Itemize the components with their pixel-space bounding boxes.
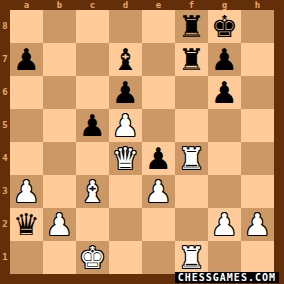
square-h4 xyxy=(241,142,274,175)
square-d8 xyxy=(109,10,142,43)
square-b1 xyxy=(43,241,76,274)
square-g1 xyxy=(208,241,241,274)
white-pawn: ♟ xyxy=(145,175,172,208)
square-a2: ♛ xyxy=(10,208,43,241)
square-a3: ♟ xyxy=(10,175,43,208)
square-f3 xyxy=(175,175,208,208)
white-rook: ♜ xyxy=(178,142,205,175)
square-h8 xyxy=(241,10,274,43)
white-pawn: ♟ xyxy=(112,109,139,142)
square-d1 xyxy=(109,241,142,274)
square-e2 xyxy=(142,208,175,241)
square-d5: ♟ xyxy=(109,109,142,142)
black-rook: ♜ xyxy=(178,10,205,43)
white-pawn: ♟ xyxy=(13,175,40,208)
square-b6 xyxy=(43,76,76,109)
square-d4: ♛ xyxy=(109,142,142,175)
square-a1 xyxy=(10,241,43,274)
square-g2: ♟ xyxy=(208,208,241,241)
square-f6 xyxy=(175,76,208,109)
square-g7: ♟ xyxy=(208,43,241,76)
file-label-d: d xyxy=(109,0,142,10)
site-watermark: CHESSGAMES.COM xyxy=(175,272,279,283)
square-f2 xyxy=(175,208,208,241)
square-b2: ♟ xyxy=(43,208,76,241)
square-f7: ♜ xyxy=(175,43,208,76)
square-g6: ♟ xyxy=(208,76,241,109)
square-e5 xyxy=(142,109,175,142)
black-pawn: ♟ xyxy=(211,43,238,76)
square-f4: ♜ xyxy=(175,142,208,175)
rank-label-3: 3 xyxy=(0,175,10,208)
square-a6 xyxy=(10,76,43,109)
rank-label-8: 8 xyxy=(0,10,10,43)
black-pawn: ♟ xyxy=(145,142,172,175)
square-b4 xyxy=(43,142,76,175)
square-b3 xyxy=(43,175,76,208)
square-h7 xyxy=(241,43,274,76)
white-king: ♚ xyxy=(79,241,106,274)
board-squares: ♜♚♟♝♜♟♟♟♟♟♛♟♜♟♝♟♛♟♟♟♚♜ xyxy=(10,10,274,274)
rank-label-4: 4 xyxy=(0,142,10,175)
square-f1: ♜ xyxy=(175,241,208,274)
square-c4 xyxy=(76,142,109,175)
square-g4 xyxy=(208,142,241,175)
square-e7 xyxy=(142,43,175,76)
square-e3: ♟ xyxy=(142,175,175,208)
square-c7 xyxy=(76,43,109,76)
square-a5 xyxy=(10,109,43,142)
white-pawn: ♟ xyxy=(244,208,271,241)
square-f5 xyxy=(175,109,208,142)
file-label-e: e xyxy=(142,0,175,10)
file-label-h: h xyxy=(241,0,274,10)
square-g5 xyxy=(208,109,241,142)
white-rook: ♜ xyxy=(178,241,205,274)
square-g8: ♚ xyxy=(208,10,241,43)
square-c5: ♟ xyxy=(76,109,109,142)
white-pawn: ♟ xyxy=(211,208,238,241)
square-e1 xyxy=(142,241,175,274)
square-c6 xyxy=(76,76,109,109)
square-d3 xyxy=(109,175,142,208)
rank-label-7: 7 xyxy=(0,43,10,76)
square-h5 xyxy=(241,109,274,142)
black-pawn: ♟ xyxy=(112,76,139,109)
rank-label-1: 1 xyxy=(0,241,10,274)
square-a4 xyxy=(10,142,43,175)
square-a8 xyxy=(10,10,43,43)
square-b5 xyxy=(43,109,76,142)
black-bishop: ♝ xyxy=(112,43,139,76)
square-d6: ♟ xyxy=(109,76,142,109)
black-rook: ♜ xyxy=(178,43,205,76)
square-c8 xyxy=(76,10,109,43)
square-c2 xyxy=(76,208,109,241)
white-pawn: ♟ xyxy=(46,208,73,241)
square-e8 xyxy=(142,10,175,43)
square-h6 xyxy=(241,76,274,109)
rank-label-5: 5 xyxy=(0,109,10,142)
black-pawn: ♟ xyxy=(211,76,238,109)
square-a7: ♟ xyxy=(10,43,43,76)
rank-label-2: 2 xyxy=(0,208,10,241)
rank-labels: 87654321 xyxy=(0,10,10,274)
white-queen: ♛ xyxy=(112,142,139,175)
black-king: ♚ xyxy=(211,10,238,43)
white-bishop: ♝ xyxy=(79,175,106,208)
square-e4: ♟ xyxy=(142,142,175,175)
file-label-a: a xyxy=(10,0,43,10)
square-h3 xyxy=(241,175,274,208)
chess-board-diagram: abcdefgh 87654321 ♜♚♟♝♜♟♟♟♟♟♛♟♜♟♝♟♛♟♟♟♚♜… xyxy=(0,0,284,284)
square-d2 xyxy=(109,208,142,241)
black-pawn: ♟ xyxy=(79,109,106,142)
file-label-b: b xyxy=(43,0,76,10)
square-g3 xyxy=(208,175,241,208)
square-d7: ♝ xyxy=(109,43,142,76)
square-c1: ♚ xyxy=(76,241,109,274)
square-b7 xyxy=(43,43,76,76)
square-e6 xyxy=(142,76,175,109)
square-b8 xyxy=(43,10,76,43)
square-h1 xyxy=(241,241,274,274)
square-h2: ♟ xyxy=(241,208,274,241)
file-label-c: c xyxy=(76,0,109,10)
square-f8: ♜ xyxy=(175,10,208,43)
square-c3: ♝ xyxy=(76,175,109,208)
black-pawn: ♟ xyxy=(13,43,40,76)
rank-label-6: 6 xyxy=(0,76,10,109)
black-queen: ♛ xyxy=(13,208,40,241)
